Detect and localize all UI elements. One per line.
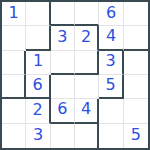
given-digit: 3 [33, 127, 43, 143]
cell-r1c4[interactable] [75, 2, 99, 26]
cell-r5c5[interactable] [99, 99, 123, 123]
cell-r6c5[interactable] [99, 124, 123, 148]
cell-r4c4[interactable] [75, 75, 99, 99]
cell-r2c1[interactable] [2, 26, 26, 50]
cell-r5c1[interactable] [2, 99, 26, 123]
cell-r3c3[interactable] [51, 51, 75, 75]
cell-r4c1[interactable] [2, 75, 26, 99]
cell-r3c6[interactable] [124, 51, 148, 75]
cell-r2c6[interactable] [124, 26, 148, 50]
cell-r2c3[interactable]: 3 [51, 26, 75, 50]
cell-r5c4[interactable]: 4 [75, 99, 99, 123]
given-digit: 6 [57, 101, 67, 117]
sudoku-board: 16324136526435 [0, 0, 150, 150]
cell-r6c3[interactable] [51, 124, 75, 148]
given-digit: 1 [9, 5, 19, 21]
cell-r1c5[interactable]: 6 [99, 2, 123, 26]
cell-r2c4[interactable]: 2 [75, 26, 99, 50]
cell-r3c5[interactable]: 3 [99, 51, 123, 75]
given-digit: 5 [131, 127, 141, 143]
given-digit: 4 [106, 28, 116, 44]
given-digit: 6 [32, 77, 42, 93]
given-digit: 1 [33, 53, 43, 69]
cell-r5c2[interactable]: 2 [26, 99, 50, 123]
cell-r3c2[interactable]: 1 [26, 51, 50, 75]
given-digit: 6 [106, 5, 116, 21]
cell-r6c1[interactable] [2, 124, 26, 148]
cell-r6c4[interactable] [75, 124, 99, 148]
given-digit: 2 [32, 102, 42, 118]
cell-r5c6[interactable] [124, 99, 148, 123]
cell-r4c6[interactable] [124, 75, 148, 99]
cell-r1c3[interactable] [51, 2, 75, 26]
given-digit: 5 [105, 77, 115, 93]
given-digit: 2 [81, 29, 91, 45]
cell-r4c3[interactable] [51, 75, 75, 99]
given-digit: 3 [57, 29, 67, 45]
given-digit: 4 [81, 101, 91, 117]
cell-r2c5[interactable]: 4 [99, 26, 123, 50]
cell-r1c2[interactable] [26, 2, 50, 26]
cell-r1c1[interactable]: 1 [2, 2, 26, 26]
given-digit: 3 [105, 53, 115, 69]
cell-r6c6[interactable]: 5 [124, 124, 148, 148]
cell-r2c2[interactable] [26, 26, 50, 50]
cell-r4c5[interactable]: 5 [99, 75, 123, 99]
cell-r1c6[interactable] [124, 2, 148, 26]
cell-r3c4[interactable] [75, 51, 99, 75]
cell-r4c2[interactable]: 6 [26, 75, 50, 99]
cell-r3c1[interactable] [2, 51, 26, 75]
cell-r6c2[interactable]: 3 [26, 124, 50, 148]
cell-r5c3[interactable]: 6 [51, 99, 75, 123]
